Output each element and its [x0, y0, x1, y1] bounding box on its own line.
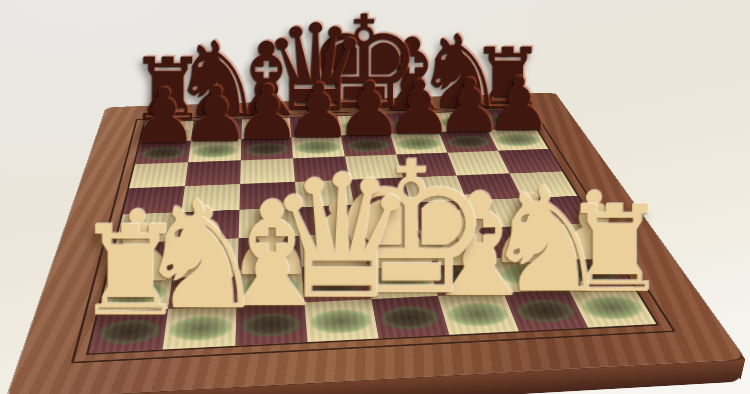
white-rook: ♜: [73, 210, 184, 334]
chess-board: ♜♞♝♛♚♝♞♜♟♟♟♟♟♟♟♟♟♟♟♟♟♟♟♟♜♞♝♛♚♝♞♜: [6, 93, 745, 394]
square-a1: ♜: [89, 309, 168, 353]
board-squares: ♜♞♝♛♚♝♞♜♟♟♟♟♟♟♟♟♟♟♟♟♟♟♟♟♜♞♝♛♚♝♞♜: [86, 109, 660, 355]
board-frame: ♜♞♝♛♚♝♞♜♟♟♟♟♟♟♟♟♟♟♟♟♟♟♟♟♜♞♝♛♚♝♞♜: [6, 93, 745, 394]
board-near-edge: [6, 359, 745, 394]
black-pawn: ♟: [129, 78, 197, 154]
square-a7: ♟: [135, 141, 191, 165]
chess-set-photo-scene: ♜♞♝♛♚♝♞♜♟♟♟♟♟♟♟♟♟♟♟♟♟♟♟♟♜♞♝♛♚♝♞♜: [0, 0, 750, 394]
